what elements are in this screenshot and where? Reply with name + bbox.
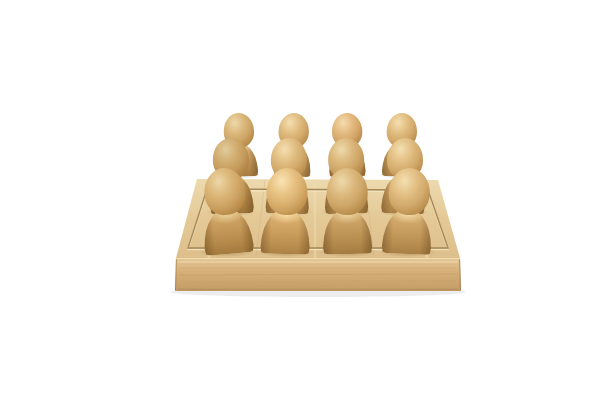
peg-r3c1[interactable] <box>201 168 251 254</box>
peg-figure <box>260 167 312 254</box>
photo-stage <box>0 0 600 397</box>
peg-head <box>326 168 368 216</box>
peg-head <box>387 167 430 216</box>
peg-head <box>202 166 247 216</box>
peg-figure <box>197 166 254 256</box>
peg-figure <box>321 168 372 255</box>
peg-r3c2[interactable] <box>261 168 311 254</box>
peg-body <box>201 208 255 256</box>
pegs-grid <box>0 0 600 397</box>
peg-head <box>265 167 307 215</box>
peg-figure <box>381 167 435 255</box>
peg-body <box>260 209 311 254</box>
peg-r3c3[interactable] <box>322 168 372 254</box>
peg-r3c4[interactable] <box>383 168 433 254</box>
peg-body <box>381 209 433 255</box>
peg-body <box>322 210 373 255</box>
